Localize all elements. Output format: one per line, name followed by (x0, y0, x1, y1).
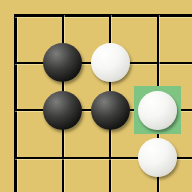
go-board[interactable] (0, 0, 192, 192)
stone-white-last-move (138, 91, 177, 130)
stone-black (43, 43, 82, 82)
stone-black (91, 91, 130, 130)
stone-grid (0, 0, 181, 181)
stone-white (91, 43, 130, 82)
stone-black (43, 91, 82, 130)
stone-white (138, 138, 177, 177)
